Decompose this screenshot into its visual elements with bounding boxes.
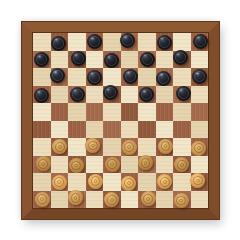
white-man[interactable] [85,138,100,153]
white-man[interactable] [52,175,67,190]
square-15[interactable] [191,68,209,86]
square-25[interactable] [191,103,209,121]
square-r6c8-light [156,121,174,139]
square-r4c8-light [156,86,174,104]
white-man[interactable] [69,158,84,173]
square-50[interactable] [173,191,191,209]
square-r7c9-light [173,138,191,156]
square-23[interactable] [121,103,139,121]
draughts-board-frame [22,22,219,219]
black-man[interactable] [34,88,49,103]
square-7[interactable] [68,51,86,69]
board-grid [32,32,209,209]
white-man[interactable] [191,141,206,156]
black-man[interactable] [157,35,172,50]
square-r4c6-light [121,86,139,104]
square-28[interactable] [103,121,121,139]
square-r8c2-light [51,156,69,174]
square-38[interactable] [103,156,121,174]
white-man[interactable] [35,192,50,207]
white-man[interactable] [36,156,51,171]
white-man[interactable] [68,190,83,205]
square-14[interactable] [156,68,174,86]
square-r2c4-light [86,51,104,69]
square-37[interactable] [68,156,86,174]
square-r1c7-light [138,33,156,51]
square-r10c8-light [156,191,174,209]
white-man[interactable] [138,155,153,170]
black-man[interactable] [140,52,155,67]
square-r3c9-light [173,68,191,86]
square-r9c9-light [173,173,191,191]
square-r10c10-light [191,191,209,209]
square-r10c2-light [51,191,69,209]
square-34[interactable] [156,138,174,156]
square-20[interactable] [173,86,191,104]
black-man[interactable] [70,87,85,102]
black-man[interactable] [139,87,154,102]
black-man[interactable] [193,34,208,49]
square-5[interactable] [191,33,209,51]
square-45[interactable] [191,173,209,191]
square-r8c4-light [86,156,104,174]
square-r6c6-light [121,121,139,139]
square-46[interactable] [33,191,51,209]
black-man[interactable] [156,71,171,86]
square-41[interactable] [51,173,69,191]
square-r9c5-light [103,173,121,191]
square-r5c9-light [173,103,191,121]
white-man[interactable] [88,174,103,189]
square-r7c3-light [68,138,86,156]
square-r7c7-light [138,138,156,156]
square-6[interactable] [33,51,51,69]
square-2[interactable] [86,33,104,51]
black-man[interactable] [87,70,102,85]
photo-background [0,0,240,240]
square-r4c2-light [51,86,69,104]
white-man[interactable] [52,139,67,154]
square-19[interactable] [138,86,156,104]
square-r7c1-light [33,138,51,156]
black-man[interactable] [173,50,188,65]
square-r5c7-light [138,103,156,121]
square-49[interactable] [138,191,156,209]
square-17[interactable] [68,86,86,104]
black-man[interactable] [103,85,118,100]
square-r3c7-light [138,68,156,86]
white-man[interactable] [122,140,137,155]
white-man[interactable] [141,191,156,206]
black-man[interactable] [71,51,86,66]
black-man[interactable] [34,52,49,67]
square-r5c1-light [33,103,51,121]
square-9[interactable] [138,51,156,69]
square-24[interactable] [156,103,174,121]
square-27[interactable] [68,121,86,139]
square-r5c5-light [103,103,121,121]
black-man[interactable] [50,68,65,83]
square-r9c3-light [68,173,86,191]
black-man[interactable] [176,86,191,101]
square-r9c7-light [138,173,156,191]
square-8[interactable] [103,51,121,69]
square-10[interactable] [173,51,191,69]
square-35[interactable] [191,138,209,156]
square-r4c4-light [86,86,104,104]
square-29[interactable] [138,121,156,139]
square-r8c10-light [191,156,209,174]
square-47[interactable] [68,191,86,209]
square-43[interactable] [121,173,139,191]
white-man[interactable] [174,157,189,172]
square-r5c3-light [68,103,86,121]
square-r8c6-light [121,156,139,174]
square-r3c1-light [33,68,51,86]
square-11[interactable] [51,68,69,86]
square-44[interactable] [156,173,174,191]
square-r2c8-light [156,51,174,69]
square-48[interactable] [103,191,121,209]
square-r2c2-light [51,51,69,69]
square-r1c5-light [103,33,121,51]
square-22[interactable] [86,103,104,121]
square-r10c4-light [86,191,104,209]
square-16[interactable] [33,86,51,104]
square-30[interactable] [173,121,191,139]
square-r1c3-light [68,33,86,51]
square-40[interactable] [173,156,191,174]
black-man[interactable] [51,36,66,51]
square-r1c1-light [33,33,51,51]
square-r2c10-light [191,51,209,69]
square-36[interactable] [33,156,51,174]
square-13[interactable] [121,68,139,86]
square-18[interactable] [103,86,121,104]
white-man[interactable] [157,174,172,189]
square-r4c10-light [191,86,209,104]
square-r2c6-light [121,51,139,69]
white-man[interactable] [121,176,136,191]
square-32[interactable] [86,138,104,156]
square-r1c9-light [173,33,191,51]
white-man[interactable] [105,157,120,172]
square-33[interactable] [121,138,139,156]
square-3[interactable] [121,33,139,51]
white-man[interactable] [104,192,119,207]
black-man[interactable] [123,69,138,84]
black-man[interactable] [104,53,119,68]
square-31[interactable] [51,138,69,156]
square-4[interactable] [156,33,174,51]
square-26[interactable] [33,121,51,139]
black-man[interactable] [192,69,207,84]
black-man[interactable] [87,34,102,49]
black-man[interactable] [120,33,135,48]
square-21[interactable] [51,103,69,121]
square-r6c4-light [86,121,104,139]
square-r3c5-light [103,68,121,86]
white-man[interactable] [174,193,189,208]
square-r6c10-light [191,121,209,139]
square-12[interactable] [86,68,104,86]
square-r8c8-light [156,156,174,174]
white-man[interactable] [158,139,173,154]
white-man[interactable] [190,173,205,188]
square-r7c5-light [103,138,121,156]
square-r9c1-light [33,173,51,191]
square-r3c3-light [68,68,86,86]
square-1[interactable] [51,33,69,51]
square-39[interactable] [138,156,156,174]
square-42[interactable] [86,173,104,191]
square-r10c6-light [121,191,139,209]
square-r6c2-light [51,121,69,139]
